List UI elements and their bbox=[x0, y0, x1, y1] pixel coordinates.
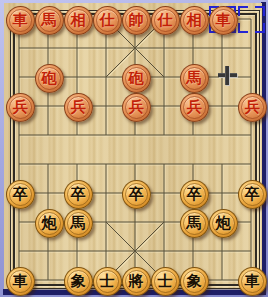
piece-glyph: 相 bbox=[187, 13, 202, 28]
piece-glyph: 兵 bbox=[245, 100, 260, 115]
piece-red-砲[interactable]: 砲 bbox=[122, 64, 151, 93]
piece-glyph: 卒 bbox=[187, 187, 202, 202]
piece-glyph: 士 bbox=[158, 274, 173, 289]
crosshair-cursor bbox=[218, 66, 237, 85]
piece-glyph: 相 bbox=[71, 13, 86, 28]
piece-glyph: 卒 bbox=[13, 187, 28, 202]
piece-black-馬[interactable]: 馬 bbox=[180, 209, 209, 238]
piece-glyph: 將 bbox=[129, 274, 144, 289]
xiangqi-app-window: 車馬相仕帥仕相車砲砲馬兵兵兵兵兵卒卒卒卒卒炮馬馬炮車象士將士象車 bbox=[0, 0, 268, 297]
piece-glyph: 象 bbox=[71, 274, 86, 289]
piece-red-兵[interactable]: 兵 bbox=[64, 93, 93, 122]
piece-black-士[interactable]: 士 bbox=[93, 267, 122, 296]
marker-corner-tr bbox=[255, 6, 265, 16]
piece-glyph: 車 bbox=[245, 274, 260, 289]
piece-glyph: 兵 bbox=[129, 100, 144, 115]
piece-black-炮[interactable]: 炮 bbox=[35, 209, 64, 238]
piece-black-象[interactable]: 象 bbox=[180, 267, 209, 296]
piece-glyph: 兵 bbox=[187, 100, 202, 115]
piece-glyph: 仕 bbox=[158, 13, 173, 28]
piece-glyph: 馬 bbox=[187, 216, 202, 231]
piece-red-馬[interactable]: 馬 bbox=[35, 6, 64, 35]
piece-glyph: 炮 bbox=[42, 216, 57, 231]
piece-red-砲[interactable]: 砲 bbox=[35, 64, 64, 93]
piece-red-兵[interactable]: 兵 bbox=[238, 93, 267, 122]
piece-black-炮[interactable]: 炮 bbox=[209, 209, 238, 238]
piece-glyph: 帥 bbox=[129, 13, 144, 28]
piece-glyph: 砲 bbox=[129, 71, 144, 86]
piece-black-將[interactable]: 將 bbox=[122, 267, 151, 296]
piece-black-卒[interactable]: 卒 bbox=[6, 180, 35, 209]
piece-red-兵[interactable]: 兵 bbox=[180, 93, 209, 122]
marker-corner-br bbox=[255, 23, 265, 33]
piece-black-馬[interactable]: 馬 bbox=[64, 209, 93, 238]
piece-red-車[interactable]: 車 bbox=[6, 6, 35, 35]
piece-glyph: 卒 bbox=[245, 187, 260, 202]
last-move-from-marker bbox=[238, 6, 265, 33]
piece-black-卒[interactable]: 卒 bbox=[238, 180, 267, 209]
piece-red-帥[interactable]: 帥 bbox=[122, 6, 151, 35]
marker-corner-bl bbox=[238, 23, 248, 33]
piece-glyph: 象 bbox=[187, 274, 202, 289]
piece-glyph: 兵 bbox=[71, 100, 86, 115]
piece-black-卒[interactable]: 卒 bbox=[180, 180, 209, 209]
board-grid bbox=[0, 0, 268, 297]
piece-red-仕[interactable]: 仕 bbox=[151, 6, 180, 35]
piece-black-車[interactable]: 車 bbox=[6, 267, 35, 296]
piece-red-車[interactable]: 車 bbox=[209, 6, 238, 35]
piece-black-卒[interactable]: 卒 bbox=[122, 180, 151, 209]
piece-glyph: 卒 bbox=[71, 187, 86, 202]
piece-glyph: 車 bbox=[13, 274, 28, 289]
piece-glyph: 卒 bbox=[129, 187, 144, 202]
piece-red-兵[interactable]: 兵 bbox=[6, 93, 35, 122]
piece-red-仕[interactable]: 仕 bbox=[93, 6, 122, 35]
marker-corner-tl bbox=[238, 6, 248, 16]
piece-red-馬[interactable]: 馬 bbox=[180, 64, 209, 93]
piece-glyph: 馬 bbox=[71, 216, 86, 231]
piece-black-象[interactable]: 象 bbox=[64, 267, 93, 296]
piece-black-車[interactable]: 車 bbox=[238, 267, 267, 296]
piece-glyph: 士 bbox=[100, 274, 115, 289]
piece-glyph: 車 bbox=[216, 13, 231, 28]
piece-red-相[interactable]: 相 bbox=[180, 6, 209, 35]
piece-glyph: 馬 bbox=[187, 71, 202, 86]
piece-glyph: 馬 bbox=[42, 13, 57, 28]
crosshair-vertical-bar bbox=[225, 66, 229, 85]
piece-red-相[interactable]: 相 bbox=[64, 6, 93, 35]
piece-black-卒[interactable]: 卒 bbox=[64, 180, 93, 209]
piece-red-兵[interactable]: 兵 bbox=[122, 93, 151, 122]
piece-glyph: 砲 bbox=[42, 71, 57, 86]
piece-glyph: 炮 bbox=[216, 216, 231, 231]
piece-glyph: 兵 bbox=[13, 100, 28, 115]
piece-black-士[interactable]: 士 bbox=[151, 267, 180, 296]
piece-glyph: 仕 bbox=[100, 13, 115, 28]
piece-glyph: 車 bbox=[13, 13, 28, 28]
